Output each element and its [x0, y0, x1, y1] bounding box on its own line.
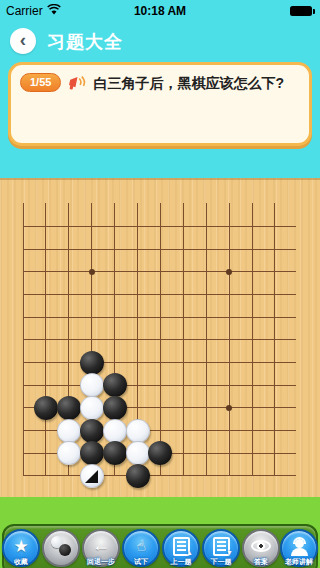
toolbar-button-label: 老师讲解	[285, 557, 313, 567]
toolbar-button-teacher[interactable]: 老师讲解	[280, 529, 318, 567]
toolbar-button-prev[interactable]: ▴上一题	[162, 529, 200, 567]
document-prev-icon: ▴	[173, 537, 190, 556]
white-stone	[126, 419, 150, 443]
black-stone	[148, 441, 172, 465]
document-next-icon: ▾	[213, 537, 230, 556]
star-point	[226, 405, 232, 411]
white-stone	[80, 396, 104, 420]
page-title: 习题大全	[47, 30, 123, 54]
grid-line	[23, 271, 297, 272]
go-stones-icon	[51, 536, 71, 556]
arrow-left-icon: ←	[84, 531, 118, 560]
black-stone	[80, 441, 104, 465]
toolbar-button-label: 试下	[134, 557, 148, 567]
black-stone	[80, 419, 104, 443]
toolbar-button-label: 上一题	[171, 557, 192, 567]
grid-line	[23, 294, 297, 295]
toolbar-button-undo[interactable]: ←回退一步	[82, 529, 120, 567]
white-stone	[57, 441, 81, 465]
black-stone	[80, 351, 104, 375]
go-board[interactable]	[0, 178, 320, 497]
battery-icon	[290, 6, 312, 16]
grid-line	[23, 317, 297, 318]
grid-line	[23, 385, 297, 386]
white-stone	[57, 419, 81, 443]
teacher-headset-icon	[289, 536, 309, 556]
toolbar-button-next[interactable]: ▾下一题	[202, 529, 240, 567]
clock: 10:18 AM	[0, 4, 320, 18]
question-index-badge: 1/55	[20, 73, 61, 92]
toolbar-button-label: 收藏	[14, 557, 28, 567]
white-stone	[80, 464, 104, 488]
chevron-left-icon: ‹	[20, 29, 26, 50]
black-stone	[126, 464, 150, 488]
black-stone	[103, 441, 127, 465]
toolbar-button-stones[interactable]	[42, 529, 80, 567]
speaker-icon[interactable]	[67, 74, 87, 92]
black-stone	[103, 396, 127, 420]
bottom-toolbar: ★收藏←回退一步☝试下▴上一题▾下一题答案老师讲解	[2, 524, 318, 568]
black-stone	[57, 396, 81, 420]
toolbar-button-label: 回退一步	[87, 557, 115, 567]
toolbar-button-answer[interactable]: 答案	[242, 529, 280, 567]
black-stone	[34, 396, 58, 420]
white-stone	[103, 419, 127, 443]
grid-line	[23, 475, 297, 476]
grid-line	[23, 339, 297, 340]
white-stone	[126, 441, 150, 465]
white-stone	[80, 373, 104, 397]
star-point	[226, 269, 232, 275]
eye-icon	[251, 540, 271, 552]
status-bar: Carrier 10:18 AM	[0, 0, 320, 22]
toolbar-button-label: 下一题	[211, 557, 232, 567]
toolbar-button-label: 答案	[254, 557, 268, 567]
toolbar-button-try[interactable]: ☝试下	[122, 529, 160, 567]
question-text: 白三角子后，黑棋应该怎么下?	[93, 74, 284, 92]
grid-line	[23, 362, 297, 363]
toolbar-button-favorite[interactable]: ★收藏	[2, 529, 40, 567]
black-stone	[103, 373, 127, 397]
question-banner: 1/55 白三角子后，黑棋应该怎么下?	[8, 62, 312, 146]
triangle-marker	[85, 470, 98, 483]
grid-line	[23, 249, 297, 250]
star-point	[89, 269, 95, 275]
back-button[interactable]: ‹	[10, 28, 36, 54]
grid-line	[23, 226, 297, 227]
